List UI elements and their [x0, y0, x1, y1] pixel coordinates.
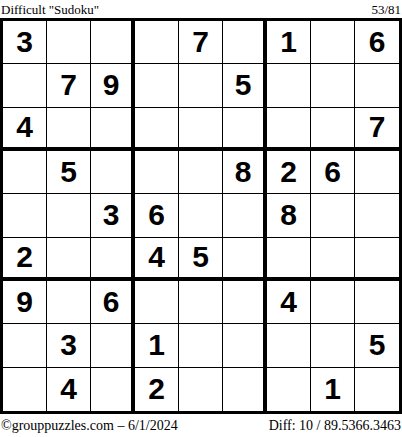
cell-r5c6[interactable] — [223, 194, 267, 237]
cell-r9c5[interactable] — [179, 368, 223, 411]
cell-r1c9[interactable]: 6 — [355, 21, 399, 64]
cell-r3c5[interactable] — [179, 108, 223, 151]
cell-r3c8[interactable] — [311, 108, 355, 151]
cell-r6c6[interactable] — [223, 238, 267, 281]
cell-r2c6[interactable]: 5 — [223, 64, 267, 107]
cell-r2c4[interactable] — [135, 64, 179, 107]
cell-r3c9[interactable]: 7 — [355, 108, 399, 151]
cell-r1c6[interactable] — [223, 21, 267, 64]
cell-r8c7[interactable] — [267, 324, 311, 367]
cell-r9c6[interactable] — [223, 368, 267, 411]
cell-r5c1[interactable] — [3, 194, 47, 237]
cell-r7c6[interactable] — [223, 281, 267, 324]
cell-r6c5[interactable]: 5 — [179, 238, 223, 281]
progress-counter: 53/81 — [371, 3, 401, 16]
cell-r5c7[interactable]: 8 — [267, 194, 311, 237]
cell-r6c1[interactable]: 2 — [3, 238, 47, 281]
cell-r9c2[interactable]: 4 — [47, 368, 91, 411]
cell-r7c7[interactable]: 4 — [267, 281, 311, 324]
cell-r4c5[interactable] — [179, 151, 223, 194]
cell-r6c2[interactable] — [47, 238, 91, 281]
cell-r5c8[interactable] — [311, 194, 355, 237]
cell-r9c1[interactable] — [3, 368, 47, 411]
cell-r6c3[interactable] — [91, 238, 135, 281]
cell-r7c8[interactable] — [311, 281, 355, 324]
cell-r9c4[interactable]: 2 — [135, 368, 179, 411]
cell-r9c8[interactable]: 1 — [311, 368, 355, 411]
cell-r5c5[interactable] — [179, 194, 223, 237]
cell-r2c9[interactable] — [355, 64, 399, 107]
cell-r1c8[interactable] — [311, 21, 355, 64]
cell-r2c8[interactable] — [311, 64, 355, 107]
cell-r4c1[interactable] — [3, 151, 47, 194]
cell-r4c3[interactable] — [91, 151, 135, 194]
cell-r6c4[interactable]: 4 — [135, 238, 179, 281]
cell-r4c8[interactable]: 6 — [311, 151, 355, 194]
difficulty-text: Diff: 10 / 89.5366.3463 — [269, 418, 401, 434]
page-title: Difficult "Sudoku" — [1, 3, 99, 16]
cell-r9c3[interactable] — [91, 368, 135, 411]
cell-r1c3[interactable] — [91, 21, 135, 64]
copyright-text: ©grouppuzzles.com – 6/1/2024 — [1, 418, 178, 434]
cell-r7c1[interactable]: 9 — [3, 281, 47, 324]
cell-r1c2[interactable] — [47, 21, 91, 64]
cell-r3c3[interactable] — [91, 108, 135, 151]
cell-r6c8[interactable] — [311, 238, 355, 281]
cell-r8c4[interactable]: 1 — [135, 324, 179, 367]
cell-r8c9[interactable]: 5 — [355, 324, 399, 367]
cell-r5c4[interactable]: 6 — [135, 194, 179, 237]
cell-r3c1[interactable]: 4 — [3, 108, 47, 151]
cell-r1c4[interactable] — [135, 21, 179, 64]
cell-r8c5[interactable] — [179, 324, 223, 367]
cell-r8c2[interactable]: 3 — [47, 324, 91, 367]
cell-r3c2[interactable] — [47, 108, 91, 151]
cell-r9c9[interactable] — [355, 368, 399, 411]
header: Difficult "Sudoku" 53/81 — [0, 0, 402, 18]
cell-r7c2[interactable] — [47, 281, 91, 324]
cell-r2c1[interactable] — [3, 64, 47, 107]
cell-r7c4[interactable] — [135, 281, 179, 324]
cell-r4c7[interactable]: 2 — [267, 151, 311, 194]
cell-r2c7[interactable] — [267, 64, 311, 107]
sudoku-board: 3716795475826368245964315421 — [0, 18, 402, 414]
cell-r5c2[interactable] — [47, 194, 91, 237]
cell-r2c3[interactable]: 9 — [91, 64, 135, 107]
cell-r4c6[interactable]: 8 — [223, 151, 267, 194]
cell-r1c5[interactable]: 7 — [179, 21, 223, 64]
cell-r1c1[interactable]: 3 — [3, 21, 47, 64]
cell-r7c9[interactable] — [355, 281, 399, 324]
cell-r4c4[interactable] — [135, 151, 179, 194]
cell-r2c2[interactable]: 7 — [47, 64, 91, 107]
cell-r4c2[interactable]: 5 — [47, 151, 91, 194]
cell-r6c9[interactable] — [355, 238, 399, 281]
sudoku-page: Difficult "Sudoku" 53/81 371679547582636… — [0, 0, 402, 437]
cell-r4c9[interactable] — [355, 151, 399, 194]
cell-r8c8[interactable] — [311, 324, 355, 367]
footer: ©grouppuzzles.com – 6/1/2024 Diff: 10 / … — [0, 414, 402, 437]
cell-r5c3[interactable]: 3 — [91, 194, 135, 237]
cell-r9c7[interactable] — [267, 368, 311, 411]
cell-r5c9[interactable] — [355, 194, 399, 237]
cell-r3c7[interactable] — [267, 108, 311, 151]
cell-r8c6[interactable] — [223, 324, 267, 367]
cell-r7c5[interactable] — [179, 281, 223, 324]
cell-r7c3[interactable]: 6 — [91, 281, 135, 324]
cell-r8c1[interactable] — [3, 324, 47, 367]
cell-r2c5[interactable] — [179, 64, 223, 107]
cell-r1c7[interactable]: 1 — [267, 21, 311, 64]
cell-r3c6[interactable] — [223, 108, 267, 151]
cell-r8c3[interactable] — [91, 324, 135, 367]
cell-r3c4[interactable] — [135, 108, 179, 151]
cell-r6c7[interactable] — [267, 238, 311, 281]
